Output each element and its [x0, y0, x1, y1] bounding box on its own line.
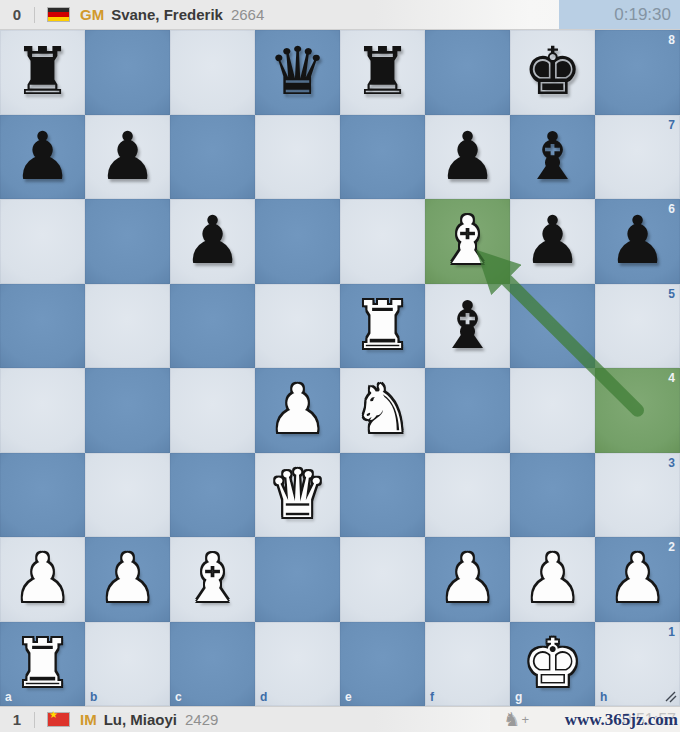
file-label-c: c	[175, 690, 182, 704]
rank-label-4: 4	[668, 371, 675, 385]
black-bishop-piece: ♝	[438, 293, 497, 359]
top-player-score: 0	[0, 6, 34, 23]
plus-sign: +	[521, 712, 529, 727]
black-rook-piece: ♜	[353, 39, 412, 105]
square-c4[interactable]	[170, 368, 255, 453]
bottom-clock-area: ♞ + 0:51:57 www.365jz.com	[490, 707, 680, 732]
square-c2[interactable]: ♝	[170, 537, 255, 622]
square-e7[interactable]	[340, 115, 425, 200]
white-pawn-piece: ♟	[13, 546, 72, 612]
square-e1[interactable]: e	[340, 622, 425, 707]
top-player-title: GM	[80, 6, 104, 23]
square-c8[interactable]	[170, 30, 255, 115]
white-queen-piece: ♛	[268, 462, 327, 528]
square-a1[interactable]: ♜a	[0, 622, 85, 707]
white-knight-piece: ♞	[353, 377, 412, 443]
square-g6[interactable]: ♟	[510, 199, 595, 284]
square-b2[interactable]: ♟	[85, 537, 170, 622]
divider	[34, 7, 35, 23]
resize-handle-icon[interactable]	[664, 690, 677, 703]
rank-label-2: 2	[668, 540, 675, 554]
bottom-player-bar: 1 ★ IM Lu, Miaoyi 2429 ♞ + 0:51:57 www.3…	[0, 706, 680, 732]
square-h8[interactable]: 8	[595, 30, 680, 115]
square-h7[interactable]: 7	[595, 115, 680, 200]
square-d3[interactable]: ♛	[255, 453, 340, 538]
square-h3[interactable]: 3	[595, 453, 680, 538]
china-flag-icon: ★	[47, 712, 70, 727]
square-a4[interactable]	[0, 368, 85, 453]
black-king-piece: ♚	[523, 39, 582, 105]
square-b6[interactable]	[85, 199, 170, 284]
black-pawn-piece: ♟	[438, 124, 497, 190]
square-h1[interactable]: 1h	[595, 622, 680, 707]
square-c7[interactable]	[170, 115, 255, 200]
white-rook-piece: ♜	[13, 631, 72, 697]
square-b8[interactable]	[85, 30, 170, 115]
square-a3[interactable]	[0, 453, 85, 538]
white-pawn-piece: ♟	[523, 546, 582, 612]
rank-label-6: 6	[668, 202, 675, 216]
square-h5[interactable]: 5	[595, 284, 680, 369]
square-e6[interactable]	[340, 199, 425, 284]
rank-label-5: 5	[668, 287, 675, 301]
white-pawn-piece: ♟	[608, 546, 667, 612]
square-a5[interactable]	[0, 284, 85, 369]
file-label-g: g	[515, 690, 522, 704]
square-g7[interactable]: ♝	[510, 115, 595, 200]
rank-label-3: 3	[668, 456, 675, 470]
square-e8[interactable]: ♜	[340, 30, 425, 115]
square-f3[interactable]	[425, 453, 510, 538]
black-pawn-piece: ♟	[608, 208, 667, 274]
divider	[34, 712, 35, 728]
square-d2[interactable]	[255, 537, 340, 622]
square-f8[interactable]	[425, 30, 510, 115]
square-e2[interactable]	[340, 537, 425, 622]
square-a6[interactable]	[0, 199, 85, 284]
file-label-a: a	[5, 690, 12, 704]
black-pawn-piece: ♟	[523, 208, 582, 274]
square-b7[interactable]: ♟	[85, 115, 170, 200]
square-e3[interactable]	[340, 453, 425, 538]
black-queen-piece: ♛	[268, 39, 327, 105]
top-player-name: Svane, Frederik	[111, 6, 223, 23]
file-label-h: h	[600, 690, 607, 704]
square-d1[interactable]: d	[255, 622, 340, 707]
square-g8[interactable]: ♚	[510, 30, 595, 115]
square-f2[interactable]: ♟	[425, 537, 510, 622]
rank-label-8: 8	[668, 33, 675, 47]
black-pawn-piece: ♟	[98, 124, 157, 190]
file-label-e: e	[345, 690, 352, 704]
bottom-player-name: Lu, Miaoyi	[104, 711, 177, 728]
square-h6[interactable]: ♟6	[595, 199, 680, 284]
white-bishop-piece: ♝	[438, 208, 497, 274]
square-d6[interactable]	[255, 199, 340, 284]
square-g5[interactable]	[510, 284, 595, 369]
top-player-clock: 0:19:30	[559, 0, 680, 29]
top-player-rating: 2664	[231, 6, 264, 23]
square-h2[interactable]: ♟2	[595, 537, 680, 622]
file-label-b: b	[90, 690, 97, 704]
square-g4[interactable]	[510, 368, 595, 453]
square-e5[interactable]: ♜	[340, 284, 425, 369]
white-pawn-piece: ♟	[268, 377, 327, 443]
bottom-player-score: 1	[0, 711, 34, 728]
square-d7[interactable]	[255, 115, 340, 200]
black-pawn-piece: ♟	[13, 124, 72, 190]
rank-label-7: 7	[668, 118, 675, 132]
file-label-d: d	[260, 690, 267, 704]
square-d4[interactable]: ♟	[255, 368, 340, 453]
square-d5[interactable]	[255, 284, 340, 369]
white-rook-piece: ♜	[353, 293, 412, 359]
square-g1[interactable]: ♚g	[510, 622, 595, 707]
square-f4[interactable]	[425, 368, 510, 453]
square-c1[interactable]: c	[170, 622, 255, 707]
bottom-player-title: IM	[80, 711, 97, 728]
top-player-bar: 0 GM Svane, Frederik 2664 0:19:30	[0, 0, 680, 30]
square-f7[interactable]: ♟	[425, 115, 510, 200]
board-grid: ♜♛♜♚8♟♟♟♝7♟♝♟♟6♜♝5♟♞4♛3♟♟♝♟♟♟2♜abcdef♚g1…	[0, 30, 680, 706]
rank-label-1: 1	[668, 625, 675, 639]
bottom-player-rating: 2429	[185, 711, 218, 728]
square-a8[interactable]: ♜	[0, 30, 85, 115]
square-b1[interactable]: b	[85, 622, 170, 707]
square-e4[interactable]: ♞	[340, 368, 425, 453]
square-b4[interactable]	[85, 368, 170, 453]
square-g2[interactable]: ♟	[510, 537, 595, 622]
square-f5[interactable]: ♝	[425, 284, 510, 369]
square-c5[interactable]	[170, 284, 255, 369]
watermark-text: www.365jz.com	[565, 710, 678, 730]
square-c3[interactable]	[170, 453, 255, 538]
file-label-f: f	[430, 690, 434, 704]
black-rook-piece: ♜	[13, 39, 72, 105]
white-bishop-piece: ♝	[183, 546, 242, 612]
square-g3[interactable]	[510, 453, 595, 538]
square-a7[interactable]: ♟	[0, 115, 85, 200]
square-b3[interactable]	[85, 453, 170, 538]
square-f1[interactable]: f	[425, 622, 510, 707]
knight-icon: ♞	[503, 710, 520, 729]
square-h4[interactable]: 4	[595, 368, 680, 453]
white-pawn-piece: ♟	[98, 546, 157, 612]
chess-board: ♜♛♜♚8♟♟♟♝7♟♝♟♟6♜♝5♟♞4♛3♟♟♝♟♟♟2♜abcdef♚g1…	[0, 30, 680, 706]
white-king-piece: ♚	[523, 631, 582, 697]
white-pawn-piece: ♟	[438, 546, 497, 612]
square-a2[interactable]: ♟	[0, 537, 85, 622]
germany-flag-icon	[47, 7, 70, 22]
black-bishop-piece: ♝	[523, 124, 582, 190]
black-pawn-piece: ♟	[183, 208, 242, 274]
square-f6[interactable]: ♝	[425, 199, 510, 284]
square-c6[interactable]: ♟	[170, 199, 255, 284]
square-d8[interactable]: ♛	[255, 30, 340, 115]
square-b5[interactable]	[85, 284, 170, 369]
